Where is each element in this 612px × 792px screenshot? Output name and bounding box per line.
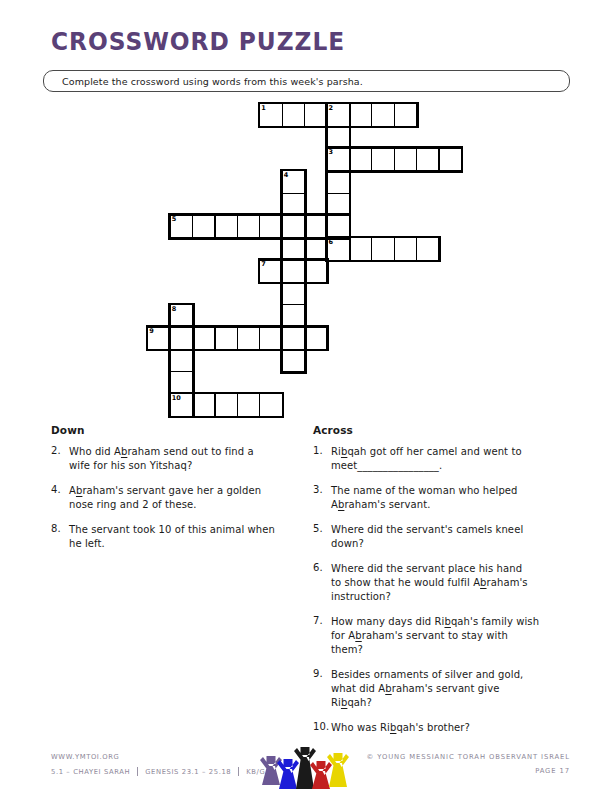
clue-text: Who did Abraham send out to find awife f…: [69, 445, 254, 473]
footer-copyright: © YOUNG MESSIANIC TORAH OBSERVANT ISRAEL: [367, 753, 571, 761]
grid-cell-r4c9[interactable]: [327, 170, 350, 193]
logo-figure-1: [277, 759, 299, 789]
grid-cell-r11c7[interactable]: [282, 327, 305, 350]
footer-separator: [137, 767, 138, 776]
clue-number: 10.: [313, 721, 331, 735]
logo-figure-3: [310, 761, 332, 789]
clue-item-2: 2.Who did Abraham send out to find awife…: [51, 445, 313, 473]
clue-item-10: 10.Who was Ribqah's brother?: [313, 721, 575, 735]
clue-number: 2.: [51, 445, 69, 473]
grid-cell-r1c7[interactable]: [282, 103, 305, 126]
clue-number: 3.: [313, 484, 331, 512]
grid-cell-r6c9[interactable]: [327, 215, 350, 238]
grid-cell-r11c6[interactable]: [259, 327, 282, 350]
clue-number: 6.: [313, 562, 331, 605]
cell-number-10: 10: [172, 395, 181, 402]
grid-cell-r3c13[interactable]: [416, 148, 439, 171]
clue-item-4: 4.Abraham's servant gave her a goldennos…: [51, 484, 313, 512]
clue-item-8: 8.The servant took 10 of this animal whe…: [51, 523, 313, 551]
grid-cell-r6c7[interactable]: [282, 215, 305, 238]
cell-number-1: 1: [261, 105, 266, 112]
cell-number-7: 7: [261, 261, 266, 268]
clue-item-5: 5.Where did the servant's camels kneeldo…: [313, 523, 575, 551]
cell-number-2: 2: [329, 105, 334, 112]
footer-page-number: PAGE 17: [367, 767, 571, 775]
grid-cell-r7c13[interactable]: [416, 237, 439, 260]
clue-text: Besides ornaments of silver and gold,wha…: [331, 668, 523, 711]
clue-item-7: 7.How many days did Ribqah's family wish…: [313, 615, 575, 658]
across-clues-section: Across 1.Ribqah got off her camel and we…: [313, 424, 575, 746]
grid-cell-r9c7[interactable]: [282, 282, 305, 305]
grid-cell-r8c7[interactable]: [282, 260, 305, 283]
cell-number-5: 5: [172, 216, 177, 223]
clue-text: The name of the woman who helpedAbraham'…: [331, 484, 518, 512]
grid-cell-r3c14[interactable]: [439, 148, 462, 171]
grid-cell-r13c2[interactable]: [170, 371, 193, 394]
clue-number: 7.: [313, 615, 331, 658]
grid-cell-r5c7[interactable]: [282, 193, 305, 216]
grid-cell-r11c5[interactable]: [237, 327, 260, 350]
cell-number-6: 6: [329, 239, 334, 246]
ymtoi-logo-icon: [260, 745, 350, 791]
clue-text: Where did the servant place his handto s…: [331, 562, 528, 605]
grid-cell-r7c12[interactable]: [394, 237, 417, 260]
clue-text: Ribqah got off her camel and went tomeet…: [331, 445, 522, 473]
worksheet-page: CROSSWORD PUZZLE Complete the crossword …: [0, 0, 612, 792]
grid-cell-r2c9[interactable]: [327, 126, 350, 149]
grid-cell-r3c12[interactable]: [394, 148, 417, 171]
cell-number-8: 8: [172, 306, 177, 313]
clue-item-9: 9.Besides ornaments of silver and gold,w…: [313, 668, 575, 711]
grid-cell-r1c11[interactable]: [371, 103, 394, 126]
grid-cell-r12c7[interactable]: [282, 349, 305, 372]
grid-cell-r11c4[interactable]: [215, 327, 238, 350]
footer-reference: GENESIS 23.1 – 25.18: [145, 768, 231, 776]
grid-cell-r1c12[interactable]: [394, 103, 417, 126]
cell-number-3: 3: [329, 149, 334, 156]
down-header: Down: [51, 424, 313, 436]
clue-text: Abraham's servant gave her a goldennose …: [69, 484, 261, 512]
grid-cell-r14c4[interactable]: [215, 393, 238, 416]
grid-cell-r6c6[interactable]: [259, 215, 282, 238]
grid-cell-r14c3[interactable]: [192, 393, 215, 416]
grid-cell-r5c9[interactable]: [327, 193, 350, 216]
footer-lesson: 5.1 – CHAYEI SARAH: [51, 768, 130, 776]
across-header: Across: [313, 424, 575, 436]
grid-cell-r6c3[interactable]: [192, 215, 215, 238]
grid-cell-r6c4[interactable]: [215, 215, 238, 238]
down-clue-list: 2.Who did Abraham send out to find awife…: [51, 445, 313, 551]
grid-cell-r10c7[interactable]: [282, 304, 305, 327]
cell-number-4: 4: [284, 172, 289, 179]
clue-item-3: 3.The name of the woman who helpedAbraha…: [313, 484, 575, 512]
grid-cell-r14c5[interactable]: [237, 393, 260, 416]
footer-website[interactable]: WWW.YMTOI.ORG: [51, 753, 265, 761]
grid-cell-r6c8[interactable]: [304, 215, 327, 238]
grid-cell-r11c2[interactable]: [170, 327, 193, 350]
clue-text: The servant took 10 of this animal whenh…: [69, 523, 275, 551]
grid-cell-r14c6[interactable]: [259, 393, 282, 416]
clue-text: How many days did Ribqah's family wishfo…: [331, 615, 539, 658]
grid-cell-r7c7[interactable]: [282, 237, 305, 260]
cell-number-9: 9: [149, 328, 154, 335]
grid-cell-r11c3[interactable]: [192, 327, 215, 350]
clue-number: 8.: [51, 523, 69, 551]
clue-number: 1.: [313, 445, 331, 473]
down-clues-section: Down 2.Who did Abraham send out to find …: [51, 424, 313, 562]
footer-separator: [238, 767, 239, 776]
clue-number: 9.: [313, 668, 331, 711]
clue-text: Who was Ribqah's brother?: [331, 721, 470, 735]
grid-cell-r7c11[interactable]: [371, 237, 394, 260]
clue-number: 4.: [51, 484, 69, 512]
across-clue-list: 1.Ribqah got off her camel and went tome…: [313, 445, 575, 735]
grid-cell-r12c2[interactable]: [170, 349, 193, 372]
grid-cell-r7c10[interactable]: [349, 237, 372, 260]
footer-right: © YOUNG MESSIANIC TORAH OBSERVANT ISRAEL…: [367, 753, 571, 775]
logo-figure-4: [327, 753, 349, 787]
clue-text: Where did the servant's camels kneeldown…: [331, 523, 523, 551]
grid-cell-r6c5[interactable]: [237, 215, 260, 238]
footer-left: WWW.YMTOI.ORG 5.1 – CHAYEI SARAHGENESIS …: [51, 753, 265, 776]
crossword-grid: 12345678910: [0, 0, 612, 430]
clue-number: 5.: [313, 523, 331, 551]
clue-item-1: 1.Ribqah got off her camel and went tome…: [313, 445, 575, 473]
clue-item-6: 6.Where did the servant place his handto…: [313, 562, 575, 605]
footer-lesson-line: 5.1 – CHAYEI SARAHGENESIS 23.1 – 25.18KB…: [51, 767, 265, 776]
grid-cell-r3c10[interactable]: [349, 148, 372, 171]
grid-cell-r11c8[interactable]: [304, 327, 327, 350]
grid-cell-r1c10[interactable]: [349, 103, 372, 126]
logo-figure-0: [260, 756, 282, 785]
grid-cell-r1c8[interactable]: [304, 103, 327, 126]
grid-cell-r8c8[interactable]: [304, 260, 327, 283]
grid-cell-r3c11[interactable]: [371, 148, 394, 171]
